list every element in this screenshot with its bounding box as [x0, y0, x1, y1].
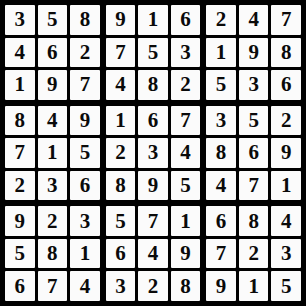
sudoku-cell[interactable]: 1	[5, 70, 35, 100]
sudoku-cell[interactable]: 7	[171, 106, 201, 136]
sudoku-cell[interactable]: 5	[271, 271, 301, 301]
sudoku-cell[interactable]: 5	[70, 138, 100, 168]
sudoku-cell[interactable]: 4	[5, 38, 35, 68]
sudoku-cell[interactable]: 6	[70, 171, 100, 201]
sudoku-cell[interactable]: 3	[271, 239, 301, 269]
sudoku-cell[interactable]: 7	[206, 239, 236, 269]
sudoku-cell[interactable]: 7	[271, 5, 301, 35]
sudoku-cell[interactable]: 2	[38, 206, 68, 236]
sudoku-cell[interactable]: 5	[138, 38, 168, 68]
sudoku-cell[interactable]: 4	[171, 138, 201, 168]
sudoku-cell[interactable]: 1	[271, 171, 301, 201]
sudoku-cell[interactable]: 1	[38, 138, 68, 168]
sudoku-cell[interactable]: 3	[239, 70, 269, 100]
sudoku-cell[interactable]: 6	[271, 70, 301, 100]
sudoku-cell[interactable]: 7	[106, 38, 136, 68]
sudoku-cell[interactable]: 9	[171, 239, 201, 269]
sudoku-cell[interactable]: 9	[106, 5, 136, 35]
sudoku-cell[interactable]: 4	[38, 106, 68, 136]
sudoku-cell[interactable]: 6	[38, 38, 68, 68]
sudoku-cell[interactable]: 1	[138, 5, 168, 35]
sudoku-cell[interactable]: 2	[70, 38, 100, 68]
sudoku-cell[interactable]: 9	[38, 70, 68, 100]
sudoku-cell[interactable]: 1	[206, 38, 236, 68]
sudoku-cell[interactable]: 3	[206, 106, 236, 136]
sudoku-cell[interactable]: 8	[271, 38, 301, 68]
sudoku-cell[interactable]: 9	[239, 38, 269, 68]
sudoku-cell[interactable]: 2	[239, 239, 269, 269]
sudoku-cell[interactable]: 6	[138, 106, 168, 136]
sudoku-cell[interactable]: 7	[5, 138, 35, 168]
sudoku-cell[interactable]: 6	[206, 206, 236, 236]
sudoku-cell[interactable]: 4	[138, 239, 168, 269]
sudoku-cell[interactable]: 9	[70, 106, 100, 136]
sudoku-cell[interactable]: 5	[239, 106, 269, 136]
sudoku-cell[interactable]: 3	[106, 271, 136, 301]
sudoku-cell[interactable]: 1	[70, 239, 100, 269]
sudoku-cell[interactable]: 3	[138, 138, 168, 168]
sudoku-cell[interactable]: 4	[239, 5, 269, 35]
sudoku-cell[interactable]: 2	[5, 171, 35, 201]
sudoku-cell[interactable]: 1	[239, 271, 269, 301]
sudoku-cell[interactable]: 1	[171, 206, 201, 236]
sudoku-cell[interactable]: 3	[38, 171, 68, 201]
sudoku-cell[interactable]: 7	[70, 70, 100, 100]
sudoku-cell[interactable]: 8	[138, 70, 168, 100]
sudoku-cell[interactable]: 9	[5, 206, 35, 236]
sudoku-cell[interactable]: 4	[206, 171, 236, 201]
sudoku-cell[interactable]: 2	[106, 138, 136, 168]
sudoku-cell[interactable]: 6	[239, 138, 269, 168]
sudoku-cell[interactable]: 3	[5, 5, 35, 35]
sudoku-board: 3589162474627531981974825368491673527152…	[0, 0, 306, 306]
sudoku-cell[interactable]: 3	[171, 38, 201, 68]
sudoku-cell[interactable]: 5	[171, 171, 201, 201]
sudoku-cell[interactable]: 6	[106, 239, 136, 269]
sudoku-cell[interactable]: 2	[138, 271, 168, 301]
sudoku-cell[interactable]: 2	[206, 5, 236, 35]
sudoku-cell[interactable]: 6	[171, 5, 201, 35]
sudoku-cell[interactable]: 8	[38, 239, 68, 269]
sudoku-grid: 3589162474627531981974825368491673527152…	[5, 5, 301, 301]
sudoku-cell[interactable]: 9	[138, 171, 168, 201]
sudoku-cell[interactable]: 5	[206, 70, 236, 100]
sudoku-cell[interactable]: 7	[38, 271, 68, 301]
sudoku-cell[interactable]: 1	[106, 106, 136, 136]
sudoku-cell[interactable]: 5	[106, 206, 136, 236]
sudoku-cell[interactable]: 8	[171, 271, 201, 301]
sudoku-cell[interactable]: 8	[70, 5, 100, 35]
sudoku-cell[interactable]: 9	[271, 138, 301, 168]
sudoku-cell[interactable]: 5	[5, 239, 35, 269]
sudoku-cell[interactable]: 8	[106, 171, 136, 201]
sudoku-cell[interactable]: 4	[70, 271, 100, 301]
sudoku-cell[interactable]: 7	[239, 171, 269, 201]
sudoku-cell[interactable]: 7	[138, 206, 168, 236]
sudoku-cell[interactable]: 4	[106, 70, 136, 100]
sudoku-cell[interactable]: 9	[206, 271, 236, 301]
sudoku-cell[interactable]: 5	[38, 5, 68, 35]
sudoku-cell[interactable]: 2	[271, 106, 301, 136]
sudoku-cell[interactable]: 2	[171, 70, 201, 100]
sudoku-cell[interactable]: 8	[206, 138, 236, 168]
sudoku-cell[interactable]: 8	[239, 206, 269, 236]
sudoku-cell[interactable]: 3	[70, 206, 100, 236]
sudoku-cell[interactable]: 8	[5, 106, 35, 136]
sudoku-cell[interactable]: 4	[271, 206, 301, 236]
sudoku-cell[interactable]: 6	[5, 271, 35, 301]
